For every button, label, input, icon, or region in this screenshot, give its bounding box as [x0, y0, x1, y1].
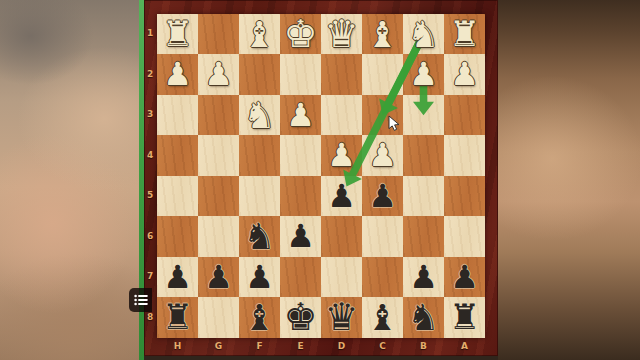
file-label-g: G: [198, 341, 239, 351]
piece-black-knight-b8[interactable]: ♞: [403, 297, 444, 338]
piece-black-pawn-c5[interactable]: ♟: [362, 176, 403, 217]
rank-label-8: 8: [144, 312, 158, 322]
piece-white-knight-f3[interactable]: ♞: [239, 95, 280, 136]
piece-white-pawn-g2[interactable]: ♟: [198, 54, 239, 95]
piece-white-pawn-a2[interactable]: ♟: [444, 54, 485, 95]
chess-board[interactable]: ♜♞♝♛♚♝♜♟♟♟♟♟♟♞♟♟♟♟♟♞♟♟♟♟♜♞♝♛♚♝♜: [157, 14, 485, 338]
piece-white-queen-d1[interactable]: ♛: [321, 14, 362, 55]
piece-white-rook-a1[interactable]: ♜: [444, 14, 485, 55]
file-label-c: C: [362, 341, 403, 351]
piece-black-king-e8[interactable]: ♚: [280, 297, 321, 338]
piece-black-rook-h8[interactable]: ♜: [157, 297, 198, 338]
move-list-button[interactable]: [129, 288, 152, 312]
piece-black-pawn-a7[interactable]: ♟: [444, 257, 485, 298]
piece-white-pawn-h2[interactable]: ♟: [157, 54, 198, 95]
piece-black-pawn-d5[interactable]: ♟: [321, 176, 362, 217]
piece-white-king-e1[interactable]: ♚: [280, 14, 321, 55]
piece-white-bishop-f1[interactable]: ♝: [239, 14, 280, 55]
piece-black-queen-d8[interactable]: ♛: [321, 297, 362, 338]
piece-black-bishop-f8[interactable]: ♝: [239, 297, 280, 338]
rank-label-6: 6: [144, 231, 158, 241]
file-label-a: A: [444, 341, 485, 351]
piece-black-pawn-e6[interactable]: ♟: [280, 216, 321, 257]
file-label-f: F: [239, 341, 280, 351]
file-label-d: D: [321, 341, 362, 351]
file-label-e: E: [280, 341, 321, 351]
rank-label-4: 4: [144, 150, 158, 160]
piece-black-knight-f6[interactable]: ♞: [239, 216, 280, 257]
piece-white-rook-h1[interactable]: ♜: [157, 14, 198, 55]
piece-black-pawn-g7[interactable]: ♟: [198, 257, 239, 298]
file-label-b: B: [403, 341, 444, 351]
background-photo-left: [0, 0, 139, 360]
board-frame: 12345678 HGFEDCBA ♜♞♝♛♚♝♜♟♟♟♟♟♟♞♟♟♟♟♟♞♟♟…: [144, 0, 499, 356]
file-label-h: H: [157, 341, 198, 351]
rank-label-3: 3: [144, 109, 158, 119]
piece-white-knight-b1[interactable]: ♞: [403, 14, 444, 55]
rank-label-5: 5: [144, 190, 158, 200]
piece-black-pawn-h7[interactable]: ♟: [157, 257, 198, 298]
piece-white-bishop-c1[interactable]: ♝: [362, 14, 403, 55]
rank-label-7: 7: [144, 271, 158, 281]
piece-white-pawn-b2[interactable]: ♟: [403, 54, 444, 95]
piece-black-rook-a8[interactable]: ♜: [444, 297, 485, 338]
move-list-icon: [134, 294, 148, 306]
piece-white-pawn-d4[interactable]: ♟: [321, 135, 362, 176]
background-photo-right: [498, 0, 640, 360]
piece-black-bishop-c8[interactable]: ♝: [362, 297, 403, 338]
rank-label-1: 1: [144, 28, 158, 38]
rank-label-2: 2: [144, 69, 158, 79]
piece-black-pawn-b7[interactable]: ♟: [403, 257, 444, 298]
piece-white-pawn-c4[interactable]: ♟: [362, 135, 403, 176]
piece-white-pawn-e3[interactable]: ♟: [280, 95, 321, 136]
mouse-cursor: [388, 115, 401, 132]
piece-black-pawn-f7[interactable]: ♟: [239, 257, 280, 298]
